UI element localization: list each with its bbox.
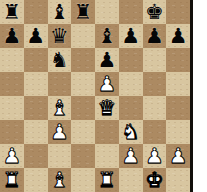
square-f4[interactable] [119,96,143,120]
square-c5[interactable] [48,72,72,96]
piece-black-pawn-icon: ♟ [121,24,140,48]
square-a7[interactable]: ♟ [0,24,24,48]
square-g3[interactable] [143,120,167,144]
piece-white-queen-icon: ♛ [97,96,116,120]
square-c4[interactable]: ♝ [48,96,72,120]
square-g1[interactable]: ♚ [143,168,167,192]
square-e2[interactable] [95,144,119,168]
square-h7[interactable]: ♟ [166,24,190,48]
piece-black-queen-icon: ♛ [50,24,69,48]
piece-white-king-icon: ♚ [145,168,164,192]
piece-white-pawn-icon: ♟ [121,144,140,168]
piece-white-pawn-icon: ♟ [2,144,21,168]
square-c3[interactable]: ♟ [48,120,72,144]
square-h5[interactable] [166,72,190,96]
square-g4[interactable] [143,96,167,120]
square-g5[interactable] [143,72,167,96]
square-d2[interactable] [71,144,95,168]
square-b7[interactable]: ♟ [24,24,48,48]
square-c7[interactable]: ♛ [48,24,72,48]
square-b1[interactable] [24,168,48,192]
piece-white-rook-icon: ♜ [97,168,116,192]
piece-black-pawn-icon: ♟ [2,24,21,48]
square-f7[interactable]: ♟ [119,24,143,48]
square-e7[interactable]: ♝ [95,24,119,48]
piece-black-bishop-icon: ♝ [50,0,69,24]
square-e1[interactable]: ♜ [95,168,119,192]
piece-black-bishop-icon: ♝ [97,24,116,48]
square-b2[interactable] [24,144,48,168]
square-d7[interactable] [71,24,95,48]
piece-black-pawn-icon: ♟ [26,24,45,48]
square-g8[interactable]: ♚ [143,0,167,24]
chess-app-screen: ♜♝♜♚♟♟♛♝♟♟♟♞♟♟♝♛♟♞♟♟♟♟♜♝♜♚ [0,0,207,192]
piece-white-bishop-icon: ♝ [50,168,69,192]
square-c1[interactable]: ♝ [48,168,72,192]
square-a8[interactable]: ♜ [0,0,24,24]
piece-white-rook-icon: ♜ [2,168,21,192]
square-d5[interactable] [71,72,95,96]
square-b6[interactable] [24,48,48,72]
square-g2[interactable]: ♟ [143,144,167,168]
square-b3[interactable] [24,120,48,144]
square-g6[interactable] [143,48,167,72]
square-e4[interactable]: ♛ [95,96,119,120]
square-c2[interactable] [48,144,72,168]
square-a1[interactable]: ♜ [0,168,24,192]
square-a6[interactable] [0,48,24,72]
square-a2[interactable]: ♟ [0,144,24,168]
square-e3[interactable] [95,120,119,144]
square-h2[interactable]: ♟ [166,144,190,168]
square-a3[interactable] [0,120,24,144]
square-d3[interactable] [71,120,95,144]
square-e5[interactable]: ♟ [95,72,119,96]
square-d6[interactable] [71,48,95,72]
square-e8[interactable] [95,0,119,24]
piece-black-rook-icon: ♜ [2,0,21,24]
piece-white-pawn-icon: ♟ [50,120,69,144]
square-f3[interactable]: ♞ [119,120,143,144]
square-c6[interactable]: ♞ [48,48,72,72]
piece-black-pawn-icon: ♟ [169,24,188,48]
square-e6[interactable]: ♟ [95,48,119,72]
piece-black-pawn-icon: ♟ [145,24,164,48]
square-h8[interactable] [166,0,190,24]
square-a4[interactable] [0,96,24,120]
square-f5[interactable] [119,72,143,96]
square-b5[interactable] [24,72,48,96]
piece-black-king-icon: ♚ [145,0,164,24]
square-f6[interactable] [119,48,143,72]
piece-white-pawn-icon: ♟ [145,144,164,168]
square-a5[interactable] [0,72,24,96]
square-d1[interactable] [71,168,95,192]
square-d4[interactable] [71,96,95,120]
piece-black-rook-icon: ♜ [74,0,93,24]
square-d8[interactable]: ♜ [71,0,95,24]
square-f2[interactable]: ♟ [119,144,143,168]
square-b8[interactable] [24,0,48,24]
square-h4[interactable] [166,96,190,120]
page-background-gutter [193,0,207,192]
piece-white-knight-icon: ♞ [121,120,140,144]
piece-black-pawn-icon: ♟ [97,48,116,72]
piece-black-knight-icon: ♞ [50,48,69,72]
square-g7[interactable]: ♟ [143,24,167,48]
square-h1[interactable] [166,168,190,192]
square-f8[interactable] [119,0,143,24]
square-h6[interactable] [166,48,190,72]
square-c8[interactable]: ♝ [48,0,72,24]
piece-white-bishop-icon: ♝ [50,96,69,120]
square-h3[interactable] [166,120,190,144]
piece-white-pawn-icon: ♟ [169,144,188,168]
chess-board: ♜♝♜♚♟♟♛♝♟♟♟♞♟♟♝♛♟♞♟♟♟♟♜♝♜♚ [0,0,193,192]
piece-white-pawn-icon: ♟ [97,72,116,96]
square-f1[interactable] [119,168,143,192]
square-b4[interactable] [24,96,48,120]
